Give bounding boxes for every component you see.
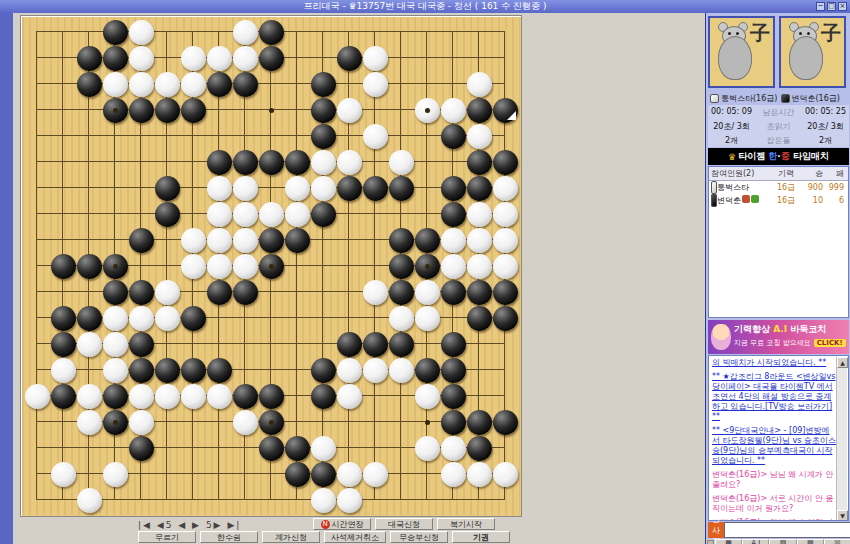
- board-intersection[interactable]: [154, 175, 180, 201]
- board-intersection[interactable]: [284, 357, 310, 383]
- chat-input[interactable]: [724, 522, 850, 538]
- event-banner[interactable]: ♛ 타이젬 한·중 타임매치: [708, 148, 849, 165]
- board-intersection[interactable]: [440, 253, 466, 279]
- board-intersection[interactable]: [76, 331, 102, 357]
- panel-collapse-buttons[interactable]: [706, 539, 715, 544]
- board-intersection[interactable]: [310, 357, 336, 383]
- board-intersection[interactable]: [388, 71, 414, 97]
- board-intersection[interactable]: [76, 253, 102, 279]
- board-intersection[interactable]: [258, 45, 284, 71]
- board-intersection[interactable]: [232, 201, 258, 227]
- board-intersection[interactable]: [362, 123, 388, 149]
- board-intersection[interactable]: [128, 45, 154, 71]
- board-intersection[interactable]: [76, 305, 102, 331]
- board-intersection[interactable]: [102, 19, 128, 45]
- board-intersection[interactable]: [76, 435, 102, 461]
- board-intersection[interactable]: [362, 461, 388, 487]
- board-intersection[interactable]: [284, 123, 310, 149]
- board-intersection[interactable]: [128, 123, 154, 149]
- board-intersection[interactable]: [388, 461, 414, 487]
- board-intersection[interactable]: [128, 253, 154, 279]
- board-intersection[interactable]: [76, 19, 102, 45]
- board-intersection[interactable]: [492, 383, 518, 409]
- board-intersection[interactable]: [128, 175, 154, 201]
- board-intersection[interactable]: [128, 149, 154, 175]
- panel-button-메뉴[interactable]: ▤메뉴: [797, 539, 824, 544]
- board-intersection[interactable]: [50, 383, 76, 409]
- board-intersection[interactable]: [76, 383, 102, 409]
- board-intersection[interactable]: [258, 331, 284, 357]
- board-intersection[interactable]: [388, 227, 414, 253]
- chat-scrollbar[interactable]: ▲ ▼: [836, 357, 847, 521]
- board-intersection[interactable]: [466, 279, 492, 305]
- board-intersection[interactable]: [232, 409, 258, 435]
- board-intersection[interactable]: [258, 357, 284, 383]
- board-intersection[interactable]: [206, 357, 232, 383]
- board-intersection[interactable]: [414, 149, 440, 175]
- board-intersection[interactable]: [180, 279, 206, 305]
- board-intersection[interactable]: [414, 357, 440, 383]
- board-intersection[interactable]: [466, 487, 492, 513]
- board-intersection[interactable]: [492, 279, 518, 305]
- board-intersection[interactable]: [76, 45, 102, 71]
- board-intersection[interactable]: [24, 383, 50, 409]
- board-intersection[interactable]: [492, 201, 518, 227]
- board-intersection[interactable]: [440, 331, 466, 357]
- board-intersection[interactable]: [362, 253, 388, 279]
- board-intersection[interactable]: [206, 175, 232, 201]
- board-intersection[interactable]: [362, 201, 388, 227]
- board-intersection[interactable]: [24, 19, 50, 45]
- board-intersection[interactable]: [128, 409, 154, 435]
- board-intersection[interactable]: [388, 383, 414, 409]
- game-button-시간연장[interactable]: N시간연장: [313, 518, 371, 530]
- board-intersection[interactable]: [154, 357, 180, 383]
- board-intersection[interactable]: [50, 97, 76, 123]
- board-intersection[interactable]: [206, 409, 232, 435]
- board-intersection[interactable]: [310, 97, 336, 123]
- board-intersection[interactable]: [388, 487, 414, 513]
- board-intersection[interactable]: [102, 71, 128, 97]
- board-intersection[interactable]: [414, 331, 440, 357]
- board-intersection[interactable]: [232, 45, 258, 71]
- board-intersection[interactable]: [362, 409, 388, 435]
- board-intersection[interactable]: [440, 461, 466, 487]
- board-intersection[interactable]: [336, 97, 362, 123]
- board-intersection[interactable]: [492, 331, 518, 357]
- board-intersection[interactable]: [284, 149, 310, 175]
- board-intersection[interactable]: [388, 175, 414, 201]
- participant-row[interactable]: 변덕춘16급106: [709, 194, 848, 207]
- board-intersection[interactable]: [50, 461, 76, 487]
- board-intersection[interactable]: [284, 305, 310, 331]
- board-intersection[interactable]: [492, 409, 518, 435]
- board-intersection[interactable]: [50, 45, 76, 71]
- board-intersection[interactable]: [24, 149, 50, 175]
- board-intersection[interactable]: [180, 149, 206, 175]
- board-intersection[interactable]: [492, 253, 518, 279]
- board-intersection[interactable]: [284, 331, 310, 357]
- board-intersection[interactable]: [466, 331, 492, 357]
- board-intersection[interactable]: [466, 253, 492, 279]
- board-intersection[interactable]: [24, 357, 50, 383]
- board-intersection[interactable]: [492, 357, 518, 383]
- board-intersection[interactable]: [232, 97, 258, 123]
- board-intersection[interactable]: [154, 383, 180, 409]
- board-intersection[interactable]: [466, 305, 492, 331]
- board-intersection[interactable]: [336, 461, 362, 487]
- board-intersection[interactable]: [440, 71, 466, 97]
- board-intersection[interactable]: [232, 175, 258, 201]
- board-intersection[interactable]: [76, 149, 102, 175]
- board-intersection[interactable]: [102, 461, 128, 487]
- board-intersection[interactable]: [24, 279, 50, 305]
- board-intersection[interactable]: [50, 435, 76, 461]
- board-intersection[interactable]: [336, 149, 362, 175]
- board-intersection[interactable]: [310, 45, 336, 71]
- board-intersection[interactable]: [492, 461, 518, 487]
- board-intersection[interactable]: [180, 19, 206, 45]
- game-button-한수쉼[interactable]: 한수쉼: [200, 531, 258, 543]
- board-intersection[interactable]: [154, 331, 180, 357]
- board-intersection[interactable]: [206, 305, 232, 331]
- window-controls[interactable]: ─ □ ×: [816, 2, 847, 11]
- board-intersection[interactable]: [50, 279, 76, 305]
- board-intersection[interactable]: [154, 19, 180, 45]
- board-intersection[interactable]: [414, 19, 440, 45]
- board-intersection[interactable]: [284, 175, 310, 201]
- board-intersection[interactable]: [258, 71, 284, 97]
- board-intersection[interactable]: [102, 201, 128, 227]
- board-intersection[interactable]: [50, 19, 76, 45]
- board-intersection[interactable]: [310, 331, 336, 357]
- board-intersection[interactable]: [50, 227, 76, 253]
- board-intersection[interactable]: [414, 71, 440, 97]
- board-intersection[interactable]: [102, 227, 128, 253]
- board-intersection[interactable]: [232, 123, 258, 149]
- board-intersection[interactable]: [466, 71, 492, 97]
- board-intersection[interactable]: [206, 123, 232, 149]
- board-intersection[interactable]: [284, 71, 310, 97]
- board-intersection[interactable]: [414, 487, 440, 513]
- board-intersection[interactable]: [310, 201, 336, 227]
- board-intersection[interactable]: [466, 149, 492, 175]
- board-intersection[interactable]: [154, 487, 180, 513]
- board-intersection[interactable]: [180, 45, 206, 71]
- board-intersection[interactable]: [440, 305, 466, 331]
- board-intersection[interactable]: [414, 175, 440, 201]
- board-intersection[interactable]: [258, 461, 284, 487]
- board-intersection[interactable]: [180, 305, 206, 331]
- board-intersection[interactable]: [310, 123, 336, 149]
- board-intersection[interactable]: [76, 409, 102, 435]
- board-intersection[interactable]: [492, 19, 518, 45]
- board-intersection[interactable]: [284, 201, 310, 227]
- board-intersection[interactable]: [180, 487, 206, 513]
- board-intersection[interactable]: [24, 435, 50, 461]
- board-intersection[interactable]: [440, 227, 466, 253]
- board-intersection[interactable]: [258, 435, 284, 461]
- board-intersection[interactable]: [154, 227, 180, 253]
- board-intersection[interactable]: [258, 279, 284, 305]
- board-intersection[interactable]: [128, 383, 154, 409]
- board-intersection[interactable]: [336, 71, 362, 97]
- board-intersection[interactable]: [258, 227, 284, 253]
- board-intersection[interactable]: [336, 487, 362, 513]
- board-intersection[interactable]: [284, 19, 310, 45]
- board-intersection[interactable]: [206, 71, 232, 97]
- board-intersection[interactable]: [362, 487, 388, 513]
- board-intersection[interactable]: [24, 45, 50, 71]
- board-intersection[interactable]: [466, 409, 492, 435]
- board-intersection[interactable]: [76, 97, 102, 123]
- board-intersection[interactable]: [206, 97, 232, 123]
- board-intersection[interactable]: [388, 357, 414, 383]
- board-intersection[interactable]: [232, 357, 258, 383]
- board-intersection[interactable]: [128, 71, 154, 97]
- board-intersection[interactable]: [414, 227, 440, 253]
- board-intersection[interactable]: [180, 97, 206, 123]
- board-intersection[interactable]: [102, 487, 128, 513]
- board-intersection[interactable]: [128, 19, 154, 45]
- board-intersection[interactable]: [362, 357, 388, 383]
- board-intersection[interactable]: [24, 409, 50, 435]
- board-intersection[interactable]: [258, 383, 284, 409]
- board-intersection[interactable]: [492, 487, 518, 513]
- board-intersection[interactable]: [284, 383, 310, 409]
- board-intersection[interactable]: [232, 227, 258, 253]
- game-button-기권[interactable]: 기권: [452, 531, 510, 543]
- board-intersection[interactable]: [388, 305, 414, 331]
- board-intersection[interactable]: [76, 175, 102, 201]
- board-intersection[interactable]: [24, 305, 50, 331]
- board-intersection[interactable]: [466, 97, 492, 123]
- board-intersection[interactable]: [336, 123, 362, 149]
- board-intersection[interactable]: [128, 201, 154, 227]
- move-navigation[interactable]: |◀ ◀5 ◀ ▶ 5▶ ▶|: [138, 520, 241, 530]
- board-intersection[interactable]: [76, 71, 102, 97]
- board-intersection[interactable]: [466, 461, 492, 487]
- board-intersection[interactable]: [388, 201, 414, 227]
- board-intersection[interactable]: [414, 435, 440, 461]
- board-intersection[interactable]: [24, 227, 50, 253]
- board-intersection[interactable]: [414, 279, 440, 305]
- board-intersection[interactable]: [492, 227, 518, 253]
- board-intersection[interactable]: [362, 383, 388, 409]
- board-intersection[interactable]: [310, 253, 336, 279]
- board-intersection[interactable]: [102, 45, 128, 71]
- board-intersection[interactable]: [492, 123, 518, 149]
- board-intersection[interactable]: [258, 149, 284, 175]
- board-intersection[interactable]: [388, 435, 414, 461]
- board-intersection[interactable]: [388, 19, 414, 45]
- board-intersection[interactable]: [24, 331, 50, 357]
- board-intersection[interactable]: [24, 461, 50, 487]
- board-intersection[interactable]: [102, 435, 128, 461]
- board-intersection[interactable]: [102, 149, 128, 175]
- board-intersection[interactable]: [336, 409, 362, 435]
- board-intersection[interactable]: [284, 253, 310, 279]
- participants-list[interactable]: 참여인원(2)기력승패 퉁벅스타16급900999 변덕춘16급106: [708, 166, 849, 318]
- board-intersection[interactable]: [24, 201, 50, 227]
- board-intersection[interactable]: [284, 461, 310, 487]
- scroll-up-icon[interactable]: ▲: [837, 357, 848, 368]
- board-intersection[interactable]: [440, 201, 466, 227]
- board-intersection[interactable]: [24, 71, 50, 97]
- board-intersection[interactable]: [362, 331, 388, 357]
- board-intersection[interactable]: [102, 331, 128, 357]
- board-intersection[interactable]: [50, 487, 76, 513]
- board-intersection[interactable]: [466, 201, 492, 227]
- board-intersection[interactable]: [440, 435, 466, 461]
- board-intersection[interactable]: [258, 305, 284, 331]
- board-intersection[interactable]: [128, 357, 154, 383]
- board-intersection[interactable]: [336, 227, 362, 253]
- board-intersection[interactable]: [492, 71, 518, 97]
- board-intersection[interactable]: [180, 227, 206, 253]
- board-intersection[interactable]: [466, 123, 492, 149]
- board-intersection[interactable]: [284, 279, 310, 305]
- board-intersection[interactable]: [50, 149, 76, 175]
- go-board[interactable]: [22, 17, 520, 515]
- board-intersection[interactable]: [232, 279, 258, 305]
- board-intersection[interactable]: [388, 97, 414, 123]
- board-intersection[interactable]: [76, 357, 102, 383]
- board-intersection[interactable]: [258, 123, 284, 149]
- board-intersection[interactable]: [492, 175, 518, 201]
- board-intersection[interactable]: [388, 149, 414, 175]
- board-intersection[interactable]: [180, 357, 206, 383]
- board-intersection[interactable]: [232, 19, 258, 45]
- board-intersection[interactable]: [206, 487, 232, 513]
- close-icon[interactable]: ×: [838, 2, 847, 11]
- board-intersection[interactable]: [232, 461, 258, 487]
- board-intersection[interactable]: [388, 409, 414, 435]
- board-intersection[interactable]: [50, 305, 76, 331]
- board-intersection[interactable]: [128, 227, 154, 253]
- board-intersection[interactable]: [128, 331, 154, 357]
- board-intersection[interactable]: [76, 461, 102, 487]
- board-intersection[interactable]: [466, 175, 492, 201]
- game-button-복기시작[interactable]: 복기시작: [437, 518, 495, 530]
- board-intersection[interactable]: [492, 149, 518, 175]
- board-intersection[interactable]: [414, 383, 440, 409]
- board-intersection[interactable]: [310, 487, 336, 513]
- board-intersection[interactable]: [154, 409, 180, 435]
- board-intersection[interactable]: [388, 331, 414, 357]
- board-intersection[interactable]: [362, 227, 388, 253]
- board-intersection[interactable]: [102, 123, 128, 149]
- board-intersection[interactable]: [310, 175, 336, 201]
- game-button-계가신청[interactable]: 계가신청: [262, 531, 320, 543]
- board-intersection[interactable]: [24, 123, 50, 149]
- participant-row[interactable]: 퉁벅스타16급900999: [709, 181, 848, 194]
- board-intersection[interactable]: [154, 279, 180, 305]
- board-intersection[interactable]: [206, 45, 232, 71]
- board-intersection[interactable]: [310, 227, 336, 253]
- board-intersection[interactable]: [154, 123, 180, 149]
- board-intersection[interactable]: [258, 201, 284, 227]
- board-intersection[interactable]: [50, 331, 76, 357]
- board-intersection[interactable]: [336, 383, 362, 409]
- board-intersection[interactable]: [362, 71, 388, 97]
- board-intersection[interactable]: [310, 279, 336, 305]
- board-intersection[interactable]: [336, 435, 362, 461]
- board-intersection[interactable]: [232, 253, 258, 279]
- ad-click-button[interactable]: CLICK!: [814, 339, 846, 347]
- board-intersection[interactable]: [310, 461, 336, 487]
- board-intersection[interactable]: [388, 279, 414, 305]
- panel-button-퇴실하기[interactable]: ☒퇴실하기: [824, 539, 850, 544]
- board-intersection[interactable]: [284, 227, 310, 253]
- board-intersection[interactable]: [206, 253, 232, 279]
- board-intersection[interactable]: [206, 227, 232, 253]
- board-intersection[interactable]: [440, 357, 466, 383]
- board-intersection[interactable]: [258, 487, 284, 513]
- board-intersection[interactable]: [336, 331, 362, 357]
- board-intersection[interactable]: [232, 435, 258, 461]
- board-intersection[interactable]: [388, 253, 414, 279]
- board-intersection[interactable]: [232, 487, 258, 513]
- board-intersection[interactable]: [440, 19, 466, 45]
- board-intersection[interactable]: [284, 435, 310, 461]
- board-intersection[interactable]: [492, 305, 518, 331]
- board-intersection[interactable]: [466, 45, 492, 71]
- board-intersection[interactable]: [310, 149, 336, 175]
- panel-button-분석[interactable]: A.I분석: [742, 539, 769, 544]
- board-intersection[interactable]: [310, 435, 336, 461]
- board-intersection[interactable]: [440, 487, 466, 513]
- board-intersection[interactable]: [336, 253, 362, 279]
- board-intersection[interactable]: [440, 149, 466, 175]
- board-intersection[interactable]: [362, 175, 388, 201]
- board-intersection[interactable]: [180, 409, 206, 435]
- board-intersection[interactable]: [180, 461, 206, 487]
- board-intersection[interactable]: [362, 19, 388, 45]
- board-intersection[interactable]: [76, 227, 102, 253]
- board-intersection[interactable]: [128, 279, 154, 305]
- board-intersection[interactable]: [362, 279, 388, 305]
- minimize-icon[interactable]: ─: [816, 2, 825, 11]
- board-intersection[interactable]: [362, 305, 388, 331]
- board-intersection[interactable]: [362, 97, 388, 123]
- board-intersection[interactable]: [24, 97, 50, 123]
- board-intersection[interactable]: [362, 435, 388, 461]
- board-intersection[interactable]: [336, 279, 362, 305]
- board-intersection[interactable]: [206, 149, 232, 175]
- board-intersection[interactable]: [24, 253, 50, 279]
- board-intersection[interactable]: [284, 409, 310, 435]
- board-intersection[interactable]: [154, 149, 180, 175]
- board-intersection[interactable]: [102, 357, 128, 383]
- board-intersection[interactable]: [336, 175, 362, 201]
- board-intersection[interactable]: [206, 383, 232, 409]
- board-intersection[interactable]: [180, 253, 206, 279]
- board-intersection[interactable]: [76, 279, 102, 305]
- board-intersection[interactable]: [414, 461, 440, 487]
- greeting-tab[interactable]: 인사말: [708, 522, 724, 538]
- board-intersection[interactable]: [362, 149, 388, 175]
- board-intersection[interactable]: [102, 279, 128, 305]
- game-button-무르기[interactable]: 무르기: [138, 531, 196, 543]
- board-intersection[interactable]: [128, 305, 154, 331]
- board-intersection[interactable]: [466, 357, 492, 383]
- board-intersection[interactable]: [206, 201, 232, 227]
- panel-button-형세분석[interactable]: ▦형세분석: [715, 539, 742, 544]
- board-intersection[interactable]: [466, 383, 492, 409]
- panel-button-대국검토[interactable]: ▧대국검토: [769, 539, 796, 544]
- board-intersection[interactable]: [310, 383, 336, 409]
